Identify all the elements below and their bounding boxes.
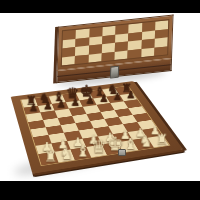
board-square-b5 <box>43 118 61 127</box>
product-photo: ♜♞♝♛♚♝♞♜♟♟♟♟♟♟♟♟♟♟♟♟♟♟♟♟♜♞♝♛♚♝♞♜ <box>0 0 200 200</box>
board-grid: ♜♞♝♛♚♝♞♜♟♟♟♟♟♟♟♟♟♟♟♟♟♟♟♟♜♞♝♛♚♝♞♜ <box>21 86 169 165</box>
board-square-e5 <box>86 112 104 121</box>
chess-piece-bp: ♟ <box>28 103 38 114</box>
chess-piece-wn: ♞ <box>60 146 74 162</box>
box-square <box>75 54 88 64</box>
chess-piece-wr: ♜ <box>44 149 57 164</box>
box-square <box>154 46 167 56</box>
chess-piece-bp: ♟ <box>113 92 122 102</box>
board-square-b1: ♞ <box>55 149 75 162</box>
chess-board: ♜♞♝♛♚♝♞♜♟♟♟♟♟♟♟♟♟♟♟♟♟♟♟♟♜♞♝♛♚♝♞♜ <box>11 81 184 174</box>
board-square-a7: ♟ <box>24 106 41 115</box>
chess-piece-bp: ♟ <box>57 99 67 110</box>
board-square-e7: ♟ <box>79 99 96 107</box>
chess-piece-wn: ♞ <box>139 134 153 149</box>
chess-piece-bp: ♟ <box>85 96 94 106</box>
board-square-a1: ♜ <box>38 152 58 165</box>
folded-chess-box <box>49 15 179 88</box>
board-square-h5 <box>128 106 146 115</box>
folded-box-body <box>53 15 173 84</box>
chess-piece-bp: ♟ <box>43 101 53 112</box>
board-square-c7: ♟ <box>52 102 69 111</box>
board-square-g7: ♟ <box>107 95 124 103</box>
box-lid-checkerboard <box>62 20 169 65</box>
box-square <box>141 47 154 57</box>
box-square <box>62 56 75 66</box>
chess-piece-bp: ♟ <box>126 90 135 100</box>
letterbox-top-band <box>0 0 200 13</box>
board-clasp-latch-icon <box>118 149 126 156</box>
box-square <box>128 49 141 59</box>
chess-piece-wb: ♝ <box>76 143 90 159</box>
chess-piece-bp: ♟ <box>99 94 108 104</box>
clasp-latch-icon <box>110 66 119 79</box>
chess-piece-wr: ♜ <box>155 132 168 146</box>
box-square <box>88 53 101 63</box>
box-square <box>114 50 127 60</box>
box-square <box>101 51 114 61</box>
board-square-h7: ♟ <box>120 93 137 101</box>
board-square-b7: ♟ <box>38 104 55 113</box>
board-square-f7: ♟ <box>93 97 110 105</box>
letterbox-bottom-band <box>0 181 200 200</box>
board-square-a5 <box>28 120 45 130</box>
chess-piece-bp: ♟ <box>71 97 80 108</box>
chess-piece-wq: ♛ <box>91 138 107 156</box>
